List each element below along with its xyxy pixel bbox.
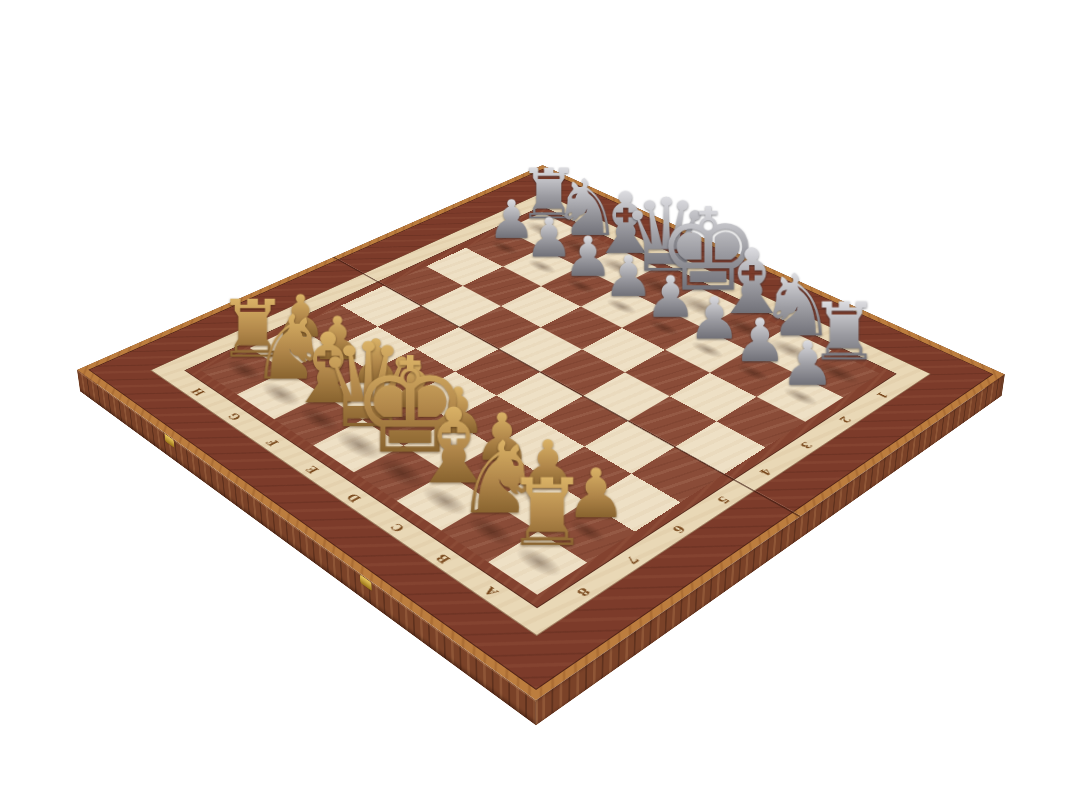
photo-scene: ♜♞♝♚♛♝♞♜♟♟♟♟♟♟♟♟♟♟♟♟♟♟♟♟♜♞♝♚♛♝♞♜ ABCDEFG…: [0, 0, 1072, 808]
piece-gold-rook-a8: ♜: [466, 470, 629, 556]
chess-board: ♜♞♝♚♛♝♞♜♟♟♟♟♟♟♟♟♟♟♟♟♟♟♟♟♜♞♝♚♛♝♞♜ ABCDEFG…: [77, 165, 1005, 700]
piece-silver-pawn-a2: ♟: [736, 336, 879, 392]
